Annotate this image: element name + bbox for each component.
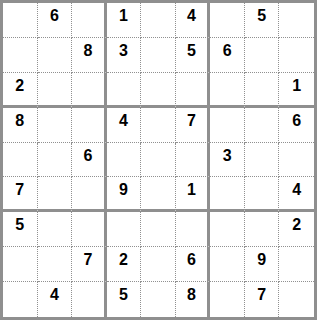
cell-r7c9[interactable]: 2 bbox=[279, 212, 314, 247]
cell-r4c3[interactable] bbox=[72, 108, 107, 143]
cell-r7c6[interactable] bbox=[176, 212, 211, 247]
cell-r7c5[interactable] bbox=[141, 212, 176, 247]
cell-r6c2[interactable] bbox=[38, 177, 73, 212]
cell-r5c5[interactable] bbox=[141, 143, 176, 178]
cell-r2c4[interactable]: 3 bbox=[107, 38, 142, 73]
cell-r4c1[interactable]: 8 bbox=[3, 108, 38, 143]
cell-r4c9[interactable]: 6 bbox=[279, 108, 314, 143]
cell-r8c3[interactable]: 7 bbox=[72, 247, 107, 282]
cell-r4c8[interactable] bbox=[245, 108, 280, 143]
cell-r1c1[interactable] bbox=[3, 3, 38, 38]
cell-r4c7[interactable] bbox=[210, 108, 245, 143]
cell-r1c5[interactable] bbox=[141, 3, 176, 38]
cell-r9c8[interactable]: 7 bbox=[245, 282, 280, 317]
cell-r9c1[interactable] bbox=[3, 282, 38, 317]
cell-r1c7[interactable] bbox=[210, 3, 245, 38]
cell-r5c2[interactable] bbox=[38, 143, 73, 178]
cell-r6c6[interactable]: 1 bbox=[176, 177, 211, 212]
cell-r9c5[interactable] bbox=[141, 282, 176, 317]
cell-r3c8[interactable] bbox=[245, 73, 280, 108]
cell-r6c3[interactable] bbox=[72, 177, 107, 212]
cell-r2c7[interactable]: 6 bbox=[210, 38, 245, 73]
cell-r9c9[interactable] bbox=[279, 282, 314, 317]
cell-r3c7[interactable] bbox=[210, 73, 245, 108]
cell-r8c7[interactable] bbox=[210, 247, 245, 282]
cell-r2c2[interactable] bbox=[38, 38, 73, 73]
cell-r4c4[interactable]: 4 bbox=[107, 108, 142, 143]
cell-r8c6[interactable]: 6 bbox=[176, 247, 211, 282]
cell-r2c8[interactable] bbox=[245, 38, 280, 73]
cell-r8c9[interactable] bbox=[279, 247, 314, 282]
cell-r1c4[interactable]: 1 bbox=[107, 3, 142, 38]
cell-r5c9[interactable] bbox=[279, 143, 314, 178]
cell-r6c7[interactable] bbox=[210, 177, 245, 212]
cell-r7c3[interactable] bbox=[72, 212, 107, 247]
cell-r2c5[interactable] bbox=[141, 38, 176, 73]
cell-r5c8[interactable] bbox=[245, 143, 280, 178]
cell-r3c4[interactable] bbox=[107, 73, 142, 108]
cell-r4c6[interactable]: 7 bbox=[176, 108, 211, 143]
cell-r3c9[interactable]: 1 bbox=[279, 73, 314, 108]
cell-r2c1[interactable] bbox=[3, 38, 38, 73]
cell-r1c6[interactable]: 4 bbox=[176, 3, 211, 38]
sudoku-board: 614583562184766379145272694587 bbox=[0, 0, 317, 320]
cell-r9c6[interactable]: 8 bbox=[176, 282, 211, 317]
cell-r7c1[interactable]: 5 bbox=[3, 212, 38, 247]
cell-r8c1[interactable] bbox=[3, 247, 38, 282]
cell-r9c7[interactable] bbox=[210, 282, 245, 317]
cell-r8c8[interactable]: 9 bbox=[245, 247, 280, 282]
cell-r6c5[interactable] bbox=[141, 177, 176, 212]
cell-r2c9[interactable] bbox=[279, 38, 314, 73]
cell-r9c4[interactable]: 5 bbox=[107, 282, 142, 317]
cell-r6c1[interactable]: 7 bbox=[3, 177, 38, 212]
cell-r5c3[interactable]: 6 bbox=[72, 143, 107, 178]
cell-r1c3[interactable] bbox=[72, 3, 107, 38]
cell-r6c8[interactable] bbox=[245, 177, 280, 212]
cell-r2c3[interactable]: 8 bbox=[72, 38, 107, 73]
cell-r7c8[interactable] bbox=[245, 212, 280, 247]
cell-r3c3[interactable] bbox=[72, 73, 107, 108]
cell-r5c7[interactable]: 3 bbox=[210, 143, 245, 178]
cell-r9c2[interactable]: 4 bbox=[38, 282, 73, 317]
cell-r3c1[interactable]: 2 bbox=[3, 73, 38, 108]
cell-r1c9[interactable] bbox=[279, 3, 314, 38]
cell-r5c4[interactable] bbox=[107, 143, 142, 178]
cell-r8c5[interactable] bbox=[141, 247, 176, 282]
cell-r6c9[interactable]: 4 bbox=[279, 177, 314, 212]
cell-r7c2[interactable] bbox=[38, 212, 73, 247]
cell-r2c6[interactable]: 5 bbox=[176, 38, 211, 73]
cell-r6c4[interactable]: 9 bbox=[107, 177, 142, 212]
cell-r1c2[interactable]: 6 bbox=[38, 3, 73, 38]
cell-r7c7[interactable] bbox=[210, 212, 245, 247]
cell-r3c6[interactable] bbox=[176, 73, 211, 108]
cell-r1c8[interactable]: 5 bbox=[245, 3, 280, 38]
cell-r5c6[interactable] bbox=[176, 143, 211, 178]
cell-r3c2[interactable] bbox=[38, 73, 73, 108]
cell-r9c3[interactable] bbox=[72, 282, 107, 317]
cell-r8c4[interactable]: 2 bbox=[107, 247, 142, 282]
cell-r4c2[interactable] bbox=[38, 108, 73, 143]
cell-r4c5[interactable] bbox=[141, 108, 176, 143]
cell-r5c1[interactable] bbox=[3, 143, 38, 178]
cell-r7c4[interactable] bbox=[107, 212, 142, 247]
cell-r3c5[interactable] bbox=[141, 73, 176, 108]
cell-r8c2[interactable] bbox=[38, 247, 73, 282]
